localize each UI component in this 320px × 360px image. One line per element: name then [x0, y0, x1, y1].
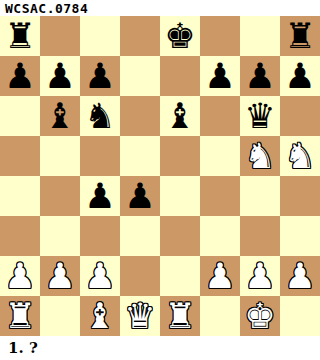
square-b4[interactable] [40, 176, 80, 216]
square-g6[interactable]: ♛ [240, 96, 280, 136]
square-c1[interactable]: ♝ [80, 296, 120, 336]
square-h1[interactable] [280, 296, 320, 336]
square-d3[interactable] [120, 216, 160, 256]
black-rook: ♜ [0, 16, 40, 56]
square-f8[interactable] [200, 16, 240, 56]
square-d4[interactable]: ♟ [120, 176, 160, 216]
square-b8[interactable] [40, 16, 80, 56]
square-b7[interactable]: ♟ [40, 56, 80, 96]
square-g4[interactable] [240, 176, 280, 216]
square-f7[interactable]: ♟ [200, 56, 240, 96]
square-e5[interactable] [160, 136, 200, 176]
square-g5[interactable]: ♞ [240, 136, 280, 176]
black-pawn: ♟ [200, 56, 240, 96]
move-prompt: 1. ? [0, 339, 38, 357]
square-d1[interactable]: ♛ [120, 296, 160, 336]
square-a1[interactable]: ♜ [0, 296, 40, 336]
square-g1[interactable]: ♚ [240, 296, 280, 336]
square-e6[interactable]: ♝ [160, 96, 200, 136]
white-pawn: ♟ [40, 256, 80, 296]
square-b3[interactable] [40, 216, 80, 256]
square-b6[interactable]: ♝ [40, 96, 80, 136]
square-d2[interactable] [120, 256, 160, 296]
white-queen: ♛ [120, 296, 160, 336]
square-e2[interactable] [160, 256, 200, 296]
square-b2[interactable]: ♟ [40, 256, 80, 296]
square-c8[interactable] [80, 16, 120, 56]
square-a3[interactable] [0, 216, 40, 256]
square-f5[interactable] [200, 136, 240, 176]
black-pawn: ♟ [120, 176, 160, 216]
black-pawn: ♟ [0, 56, 40, 96]
square-f1[interactable] [200, 296, 240, 336]
title-bar: WCSAC.0784 [0, 0, 320, 16]
black-bishop: ♝ [160, 96, 200, 136]
white-pawn: ♟ [0, 256, 40, 296]
square-h4[interactable] [280, 176, 320, 216]
white-pawn: ♟ [240, 256, 280, 296]
square-f4[interactable] [200, 176, 240, 216]
square-d8[interactable] [120, 16, 160, 56]
black-pawn: ♟ [280, 56, 320, 96]
white-pawn: ♟ [200, 256, 240, 296]
square-d6[interactable] [120, 96, 160, 136]
white-knight: ♞ [240, 136, 280, 176]
square-h7[interactable]: ♟ [280, 56, 320, 96]
square-b1[interactable] [40, 296, 80, 336]
black-king: ♚ [160, 16, 200, 56]
square-c2[interactable]: ♟ [80, 256, 120, 296]
square-c6[interactable]: ♞ [80, 96, 120, 136]
square-a6[interactable] [0, 96, 40, 136]
black-pawn: ♟ [80, 176, 120, 216]
square-a5[interactable] [0, 136, 40, 176]
square-e3[interactable] [160, 216, 200, 256]
black-pawn: ♟ [240, 56, 280, 96]
chess-diagram: WCSAC.0784 ♜♚♜♟♟♟♟♟♟♝♞♝♛♞♞♟♟♟♟♟♟♟♟♜♝♛♜♚ … [0, 0, 320, 360]
square-a7[interactable]: ♟ [0, 56, 40, 96]
white-bishop: ♝ [80, 296, 120, 336]
white-pawn: ♟ [280, 256, 320, 296]
square-d5[interactable] [120, 136, 160, 176]
square-a4[interactable] [0, 176, 40, 216]
white-knight: ♞ [280, 136, 320, 176]
black-pawn: ♟ [40, 56, 80, 96]
square-c3[interactable] [80, 216, 120, 256]
chess-board: ♜♚♜♟♟♟♟♟♟♝♞♝♛♞♞♟♟♟♟♟♟♟♟♜♝♛♜♚ [0, 16, 320, 336]
square-h2[interactable]: ♟ [280, 256, 320, 296]
square-c5[interactable] [80, 136, 120, 176]
square-e1[interactable]: ♜ [160, 296, 200, 336]
square-f6[interactable] [200, 96, 240, 136]
square-b5[interactable] [40, 136, 80, 176]
black-pawn: ♟ [80, 56, 120, 96]
black-knight: ♞ [80, 96, 120, 136]
black-rook: ♜ [280, 16, 320, 56]
square-c4[interactable]: ♟ [80, 176, 120, 216]
square-h6[interactable] [280, 96, 320, 136]
white-king: ♚ [240, 296, 280, 336]
white-pawn: ♟ [80, 256, 120, 296]
square-g7[interactable]: ♟ [240, 56, 280, 96]
square-g3[interactable] [240, 216, 280, 256]
square-e7[interactable] [160, 56, 200, 96]
white-rook: ♜ [0, 296, 40, 336]
white-rook: ♜ [160, 296, 200, 336]
square-h3[interactable] [280, 216, 320, 256]
square-a2[interactable]: ♟ [0, 256, 40, 296]
square-a8[interactable]: ♜ [0, 16, 40, 56]
black-queen: ♛ [240, 96, 280, 136]
square-d7[interactable] [120, 56, 160, 96]
square-c7[interactable]: ♟ [80, 56, 120, 96]
footer-bar: 1. ? [0, 336, 320, 360]
square-g2[interactable]: ♟ [240, 256, 280, 296]
black-bishop: ♝ [40, 96, 80, 136]
square-h5[interactable]: ♞ [280, 136, 320, 176]
square-e8[interactable]: ♚ [160, 16, 200, 56]
square-e4[interactable] [160, 176, 200, 216]
square-f2[interactable]: ♟ [200, 256, 240, 296]
square-h8[interactable]: ♜ [280, 16, 320, 56]
square-f3[interactable] [200, 216, 240, 256]
diagram-title: WCSAC.0784 [0, 1, 88, 16]
square-g8[interactable] [240, 16, 280, 56]
